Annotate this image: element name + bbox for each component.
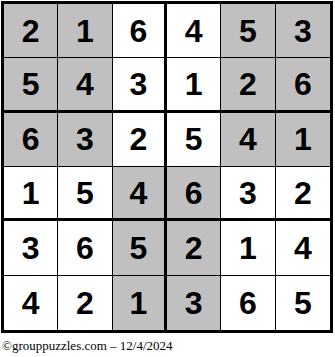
cell-r4c3[interactable]: 4	[113, 167, 167, 221]
sudoku-grid: 216453543126632541154632365214421365	[1, 1, 333, 333]
cell-r2c3[interactable]: 3	[113, 58, 167, 112]
cell-r6c3[interactable]: 1	[113, 276, 167, 330]
cell-r4c6[interactable]: 2	[276, 167, 330, 221]
cell-r4c4[interactable]: 6	[167, 167, 221, 221]
cell-r2c2[interactable]: 4	[58, 58, 112, 112]
cell-r3c2[interactable]: 3	[58, 113, 112, 167]
cell-r3c5[interactable]: 4	[221, 113, 275, 167]
cell-r6c1[interactable]: 4	[4, 276, 58, 330]
cell-r1c4[interactable]: 4	[167, 4, 221, 58]
cell-r3c3[interactable]: 2	[113, 113, 167, 167]
cell-r5c2[interactable]: 6	[58, 221, 112, 275]
cell-r2c6[interactable]: 6	[276, 58, 330, 112]
cell-r2c1[interactable]: 5	[4, 58, 58, 112]
cell-r1c5[interactable]: 5	[221, 4, 275, 58]
cell-r5c6[interactable]: 4	[276, 221, 330, 275]
cell-r1c6[interactable]: 3	[276, 4, 330, 58]
cell-r4c1[interactable]: 1	[4, 167, 58, 221]
cell-r5c5[interactable]: 1	[221, 221, 275, 275]
cell-r4c2[interactable]: 5	[58, 167, 112, 221]
cell-r1c3[interactable]: 6	[113, 4, 167, 58]
copyright-date-label: ©grouppuzzles.com – 12/4/2024	[2, 338, 173, 354]
cell-r2c4[interactable]: 1	[167, 58, 221, 112]
cell-r5c4[interactable]: 2	[167, 221, 221, 275]
cell-r4c5[interactable]: 3	[221, 167, 275, 221]
cell-r1c2[interactable]: 1	[58, 4, 112, 58]
cell-r6c6[interactable]: 5	[276, 276, 330, 330]
cell-r3c1[interactable]: 6	[4, 113, 58, 167]
cell-r6c4[interactable]: 3	[167, 276, 221, 330]
cell-r2c5[interactable]: 2	[221, 58, 275, 112]
cell-r5c1[interactable]: 3	[4, 221, 58, 275]
cell-r5c3[interactable]: 5	[113, 221, 167, 275]
cell-r3c6[interactable]: 1	[276, 113, 330, 167]
cell-r6c2[interactable]: 2	[58, 276, 112, 330]
cell-r1c1[interactable]: 2	[4, 4, 58, 58]
cell-r3c4[interactable]: 5	[167, 113, 221, 167]
cell-r6c5[interactable]: 6	[221, 276, 275, 330]
